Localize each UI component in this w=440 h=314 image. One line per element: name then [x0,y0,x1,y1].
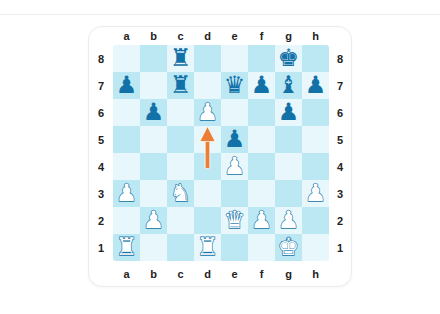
square-c6[interactable] [167,99,194,126]
square-d3[interactable] [194,180,221,207]
file-label-top-c: c [167,30,194,42]
rank-label-left-3: 3 [89,180,113,207]
piece-br-c8: ♜ [167,45,194,72]
square-a1[interactable]: ♜ [113,234,140,261]
rank-label-right-7: 7 [329,72,351,99]
square-d5[interactable] [194,126,221,153]
piece-wp-f2: ♟ [248,207,275,234]
square-c3[interactable]: ♞ [167,180,194,207]
square-h5[interactable] [302,126,329,153]
chess-board-card: abcdefgh 87654321 ♜♚♟♜♛♟♝♟♟♟♟♟♟♟♞♟♟♛♟♟♜♜… [88,26,352,287]
square-e7[interactable]: ♛ [221,72,248,99]
file-labels-bottom: abcdefgh [113,261,329,286]
file-label-top-h: h [302,30,329,42]
square-g1[interactable]: ♚ [275,234,302,261]
piece-wp-h3: ♟ [302,180,329,207]
rank-label-left-6: 6 [89,99,113,126]
piece-wn-c3: ♞ [167,180,194,207]
file-label-top-b: b [140,30,167,42]
piece-br-c7: ♜ [167,72,194,99]
square-e4[interactable]: ♟ [221,153,248,180]
square-d7[interactable] [194,72,221,99]
file-label-bottom-e: e [221,268,248,280]
square-b5[interactable] [140,126,167,153]
piece-bp-h7: ♟ [302,72,329,99]
rank-label-left-1: 1 [89,234,113,261]
square-g7[interactable]: ♝ [275,72,302,99]
square-d8[interactable] [194,45,221,72]
file-label-top-e: e [221,30,248,42]
file-labels-top: abcdefgh [113,27,329,45]
piece-bp-a7: ♟ [113,72,140,99]
rank-label-right-4: 4 [329,153,351,180]
square-f4[interactable] [248,153,275,180]
piece-bb-g7: ♝ [275,72,302,99]
square-a5[interactable] [113,126,140,153]
file-label-top-a: a [113,30,140,42]
rank-label-right-1: 1 [329,234,351,261]
piece-wq-e2: ♛ [221,207,248,234]
rank-label-left-5: 5 [89,126,113,153]
rank-label-left-2: 2 [89,207,113,234]
square-g5[interactable] [275,126,302,153]
square-d1[interactable]: ♜ [194,234,221,261]
file-label-top-g: g [275,30,302,42]
square-a2[interactable] [113,207,140,234]
square-b6[interactable]: ♟ [140,99,167,126]
piece-bp-f7: ♟ [248,72,275,99]
page-top-divider [0,14,440,15]
piece-wp-b2: ♟ [140,207,167,234]
square-f5[interactable] [248,126,275,153]
piece-bp-g6: ♟ [275,99,302,126]
square-f7[interactable]: ♟ [248,72,275,99]
file-label-bottom-d: d [194,268,221,280]
piece-bk-g8: ♚ [275,45,302,72]
file-label-bottom-b: b [140,268,167,280]
file-label-bottom-f: f [248,268,275,280]
square-d2[interactable] [194,207,221,234]
square-a8[interactable] [113,45,140,72]
square-g3[interactable] [275,180,302,207]
piece-wp-a3: ♟ [113,180,140,207]
rank-label-right-8: 8 [329,45,351,72]
piece-bq-e7: ♛ [221,72,248,99]
square-e1[interactable] [221,234,248,261]
square-a3[interactable]: ♟ [113,180,140,207]
square-f1[interactable] [248,234,275,261]
file-label-bottom-h: h [302,268,329,280]
rank-labels-right: 87654321 [329,45,351,261]
square-a7[interactable]: ♟ [113,72,140,99]
piece-wr-a1: ♜ [113,234,140,261]
square-h4[interactable] [302,153,329,180]
square-a4[interactable] [113,153,140,180]
square-e8[interactable] [221,45,248,72]
square-b8[interactable] [140,45,167,72]
file-label-bottom-c: c [167,268,194,280]
square-g6[interactable]: ♟ [275,99,302,126]
rank-label-left-7: 7 [89,72,113,99]
square-d6[interactable]: ♟ [194,99,221,126]
square-g2[interactable]: ♟ [275,207,302,234]
square-h8[interactable] [302,45,329,72]
square-h7[interactable]: ♟ [302,72,329,99]
square-h2[interactable] [302,207,329,234]
square-b7[interactable] [140,72,167,99]
square-a6[interactable] [113,99,140,126]
piece-wk-g1: ♚ [275,234,302,261]
square-h6[interactable] [302,99,329,126]
square-g8[interactable]: ♚ [275,45,302,72]
square-h3[interactable]: ♟ [302,180,329,207]
piece-wp-e4: ♟ [221,153,248,180]
square-f6[interactable] [248,99,275,126]
rank-labels-left: 87654321 [89,45,113,261]
piece-wp-g2: ♟ [275,207,302,234]
square-h1[interactable] [302,234,329,261]
rank-label-right-6: 6 [329,99,351,126]
square-c2[interactable] [167,207,194,234]
square-b1[interactable] [140,234,167,261]
file-label-top-f: f [248,30,275,42]
file-label-top-d: d [194,30,221,42]
square-c1[interactable] [167,234,194,261]
square-e3[interactable] [221,180,248,207]
rank-label-right-2: 2 [329,207,351,234]
rank-label-left-8: 8 [89,45,113,72]
square-c5[interactable] [167,126,194,153]
square-f2[interactable]: ♟ [248,207,275,234]
square-b2[interactable]: ♟ [140,207,167,234]
file-label-bottom-g: g [275,268,302,280]
square-f3[interactable] [248,180,275,207]
square-e2[interactable]: ♛ [221,207,248,234]
piece-bp-e5: ♟ [221,126,248,153]
rank-label-right-3: 3 [329,180,351,207]
square-e6[interactable] [221,99,248,126]
chess-board: ♜♚♟♜♛♟♝♟♟♟♟♟♟♟♞♟♟♛♟♟♜♜♚ [113,45,329,261]
piece-wr-d1: ♜ [194,234,221,261]
square-c8[interactable]: ♜ [167,45,194,72]
square-b3[interactable] [140,180,167,207]
square-e5[interactable]: ♟ [221,126,248,153]
rank-label-right-5: 5 [329,126,351,153]
rank-label-left-4: 4 [89,153,113,180]
file-label-bottom-a: a [113,268,140,280]
piece-bp-b6: ♟ [140,99,167,126]
square-d4[interactable] [194,153,221,180]
square-c7[interactable]: ♜ [167,72,194,99]
square-c4[interactable] [167,153,194,180]
square-f8[interactable] [248,45,275,72]
square-g4[interactable] [275,153,302,180]
piece-wp-d6: ♟ [194,99,221,126]
square-b4[interactable] [140,153,167,180]
